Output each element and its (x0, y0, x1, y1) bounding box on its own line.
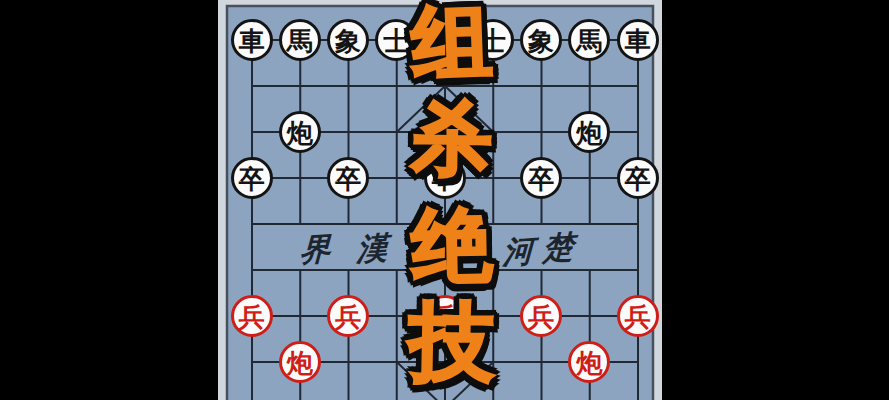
piece-label: 卒 (239, 166, 265, 192)
xiangqi-board: 界 漢 河 楚 車馬象士将士象馬車炮炮卒卒卒卒卒兵兵兵兵兵炮炮車馬相仕帥仕相馬車 (218, 0, 662, 400)
piece-label: 馬 (576, 28, 602, 54)
piece-label: 兵 (528, 304, 554, 330)
piece-black-soldier-g4[interactable]: 卒 (520, 157, 562, 199)
piece-black-cannon-b3[interactable]: 炮 (279, 111, 321, 153)
piece-label: 卒 (432, 166, 458, 192)
letterbox-left (0, 0, 218, 400)
piece-black-general-e1[interactable]: 将 (424, 19, 466, 61)
piece-red-soldier-g7[interactable]: 兵 (520, 295, 562, 337)
piece-label: 将 (432, 28, 458, 54)
piece-black-chariot-i1[interactable]: 車 (617, 19, 659, 61)
piece-black-soldier-i4[interactable]: 卒 (617, 157, 659, 199)
piece-black-elephant-c1[interactable]: 象 (327, 19, 369, 61)
piece-black-elephant-g1[interactable]: 象 (520, 19, 562, 61)
piece-label: 兵 (239, 304, 265, 330)
piece-label: 兵 (335, 304, 361, 330)
piece-label: 卒 (625, 166, 651, 192)
piece-black-cannon-h3[interactable]: 炮 (568, 111, 610, 153)
board-surface: 界 漢 河 楚 車馬象士将士象馬車炮炮卒卒卒卒卒兵兵兵兵兵炮炮車馬相仕帥仕相馬車 (218, 0, 662, 400)
pieces-layer: 車馬象士将士象馬車炮炮卒卒卒卒卒兵兵兵兵兵炮炮車馬相仕帥仕相馬車 (218, 0, 662, 400)
piece-label: 車 (239, 28, 265, 54)
piece-red-soldier-c7[interactable]: 兵 (327, 295, 369, 337)
piece-black-advisor-f1[interactable]: 士 (472, 19, 514, 61)
piece-black-chariot-a1[interactable]: 車 (231, 19, 273, 61)
piece-label: 馬 (287, 28, 313, 54)
piece-label: 卒 (335, 166, 361, 192)
piece-black-horse-h1[interactable]: 馬 (568, 19, 610, 61)
piece-label: 車 (625, 28, 651, 54)
piece-black-soldier-c4[interactable]: 卒 (327, 157, 369, 199)
piece-label: 象 (335, 28, 361, 54)
page-background: 界 漢 河 楚 車馬象士将士象馬車炮炮卒卒卒卒卒兵兵兵兵兵炮炮車馬相仕帥仕相馬車… (0, 0, 889, 400)
piece-label: 士 (383, 28, 409, 54)
piece-label: 卒 (528, 166, 554, 192)
piece-label: 炮 (576, 350, 602, 376)
piece-label: 兵 (432, 304, 458, 330)
piece-black-soldier-e4[interactable]: 卒 (424, 157, 466, 199)
piece-red-soldier-a7[interactable]: 兵 (231, 295, 273, 337)
piece-label: 炮 (576, 120, 602, 146)
piece-label: 兵 (625, 304, 651, 330)
piece-label: 炮 (287, 120, 313, 146)
piece-red-soldier-i7[interactable]: 兵 (617, 295, 659, 337)
letterbox-right (662, 0, 889, 400)
piece-red-cannon-b8[interactable]: 炮 (279, 341, 321, 383)
piece-label: 炮 (287, 350, 313, 376)
piece-label: 士 (480, 28, 506, 54)
piece-red-soldier-e7[interactable]: 兵 (424, 295, 466, 337)
piece-label: 象 (528, 28, 554, 54)
piece-black-advisor-d1[interactable]: 士 (375, 19, 417, 61)
piece-black-horse-b1[interactable]: 馬 (279, 19, 321, 61)
piece-black-soldier-a4[interactable]: 卒 (231, 157, 273, 199)
piece-red-cannon-h8[interactable]: 炮 (568, 341, 610, 383)
